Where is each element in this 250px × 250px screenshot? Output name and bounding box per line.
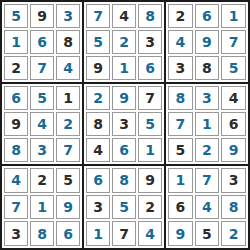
sudoku-cell-r7c7[interactable]: 1 — [168, 168, 193, 193]
sudoku-cell-r4c9[interactable]: 4 — [221, 86, 246, 110]
sudoku-cell-r9c1[interactable]: 3 — [4, 221, 28, 246]
sudoku-cell-r5c1[interactable]: 9 — [4, 112, 28, 136]
sudoku-cell-r6c2[interactable]: 3 — [30, 138, 54, 162]
sudoku-box-8: 689352174 — [84, 166, 166, 248]
sudoku-cell-r4c5[interactable]: 9 — [112, 86, 136, 110]
sudoku-cell-r3c2[interactable]: 7 — [30, 56, 54, 80]
sudoku-cell-r1c6[interactable]: 8 — [138, 4, 162, 28]
sudoku-cell-r7c6[interactable]: 9 — [138, 168, 162, 193]
sudoku-cell-r4c6[interactable]: 7 — [138, 86, 162, 110]
sudoku-box-9: 173648952 — [166, 166, 248, 248]
sudoku-cell-r2c2[interactable]: 6 — [30, 30, 54, 54]
sudoku-cell-r2c5[interactable]: 2 — [112, 30, 136, 54]
sudoku-cell-r8c8[interactable]: 4 — [195, 195, 220, 220]
sudoku-cell-r4c2[interactable]: 5 — [30, 86, 54, 110]
sudoku-cell-r2c9[interactable]: 7 — [221, 30, 246, 54]
sudoku-cell-r3c8[interactable]: 8 — [195, 56, 220, 80]
sudoku-cell-r6c3[interactable]: 7 — [56, 138, 80, 162]
sudoku-cell-r2c3[interactable]: 8 — [56, 30, 80, 54]
sudoku-cell-r5c7[interactable]: 7 — [168, 112, 193, 136]
sudoku-cell-r6c9[interactable]: 9 — [221, 138, 246, 162]
sudoku-box-7: 425719386 — [2, 166, 84, 248]
sudoku-cell-r5c2[interactable]: 4 — [30, 112, 54, 136]
sudoku-box-4: 651942837 — [2, 84, 84, 166]
sudoku-cell-r7c5[interactable]: 8 — [112, 168, 136, 193]
sudoku-cell-r9c2[interactable]: 8 — [30, 221, 54, 246]
sudoku-cell-r9c5[interactable]: 7 — [112, 221, 136, 246]
sudoku-cell-r5c5[interactable]: 3 — [112, 112, 136, 136]
sudoku-cell-r5c9[interactable]: 6 — [221, 112, 246, 136]
sudoku-cell-r3c3[interactable]: 4 — [56, 56, 80, 80]
sudoku-cell-r3c5[interactable]: 1 — [112, 56, 136, 80]
sudoku-cell-r3c9[interactable]: 5 — [221, 56, 246, 80]
sudoku-cell-r8c4[interactable]: 3 — [86, 195, 110, 220]
sudoku-cell-r5c8[interactable]: 1 — [195, 112, 220, 136]
sudoku-cell-r4c1[interactable]: 6 — [4, 86, 28, 110]
sudoku-cell-r7c3[interactable]: 5 — [56, 168, 80, 193]
sudoku-box-6: 834716529 — [166, 84, 248, 166]
sudoku-cell-r7c1[interactable]: 4 — [4, 168, 28, 193]
sudoku-cell-r7c4[interactable]: 6 — [86, 168, 110, 193]
sudoku-board: 5931682747485239162614973856519428372978… — [0, 0, 250, 250]
sudoku-cell-r4c3[interactable]: 1 — [56, 86, 80, 110]
sudoku-box-5: 297835461 — [84, 84, 166, 166]
sudoku-cell-r9c6[interactable]: 4 — [138, 221, 162, 246]
sudoku-cell-r8c2[interactable]: 1 — [30, 195, 54, 220]
sudoku-cell-r1c4[interactable]: 7 — [86, 4, 110, 28]
sudoku-cell-r8c5[interactable]: 5 — [112, 195, 136, 220]
sudoku-cell-r2c7[interactable]: 4 — [168, 30, 193, 54]
sudoku-cell-r9c3[interactable]: 6 — [56, 221, 80, 246]
sudoku-cell-r6c1[interactable]: 8 — [4, 138, 28, 162]
sudoku-cell-r8c6[interactable]: 2 — [138, 195, 162, 220]
sudoku-cell-r1c9[interactable]: 1 — [221, 4, 246, 28]
sudoku-cell-r9c8[interactable]: 5 — [195, 221, 220, 246]
sudoku-cell-r8c9[interactable]: 8 — [221, 195, 246, 220]
sudoku-cell-r5c4[interactable]: 8 — [86, 112, 110, 136]
sudoku-cell-r3c6[interactable]: 6 — [138, 56, 162, 80]
sudoku-cell-r1c7[interactable]: 2 — [168, 4, 193, 28]
sudoku-cell-r2c6[interactable]: 3 — [138, 30, 162, 54]
sudoku-cell-r7c9[interactable]: 3 — [221, 168, 246, 193]
sudoku-cell-r6c5[interactable]: 6 — [112, 138, 136, 162]
sudoku-cell-r7c8[interactable]: 7 — [195, 168, 220, 193]
sudoku-cell-r4c8[interactable]: 3 — [195, 86, 220, 110]
sudoku-cell-r3c4[interactable]: 9 — [86, 56, 110, 80]
sudoku-cell-r7c2[interactable]: 2 — [30, 168, 54, 193]
sudoku-cell-r1c8[interactable]: 6 — [195, 4, 220, 28]
sudoku-cell-r1c3[interactable]: 3 — [56, 4, 80, 28]
sudoku-cell-r9c7[interactable]: 9 — [168, 221, 193, 246]
sudoku-cell-r3c7[interactable]: 3 — [168, 56, 193, 80]
sudoku-cell-r1c5[interactable]: 4 — [112, 4, 136, 28]
sudoku-box-2: 748523916 — [84, 2, 166, 84]
sudoku-cell-r1c2[interactable]: 9 — [30, 4, 54, 28]
sudoku-cell-r6c6[interactable]: 1 — [138, 138, 162, 162]
sudoku-cell-r9c9[interactable]: 2 — [221, 221, 246, 246]
sudoku-cell-r6c8[interactable]: 2 — [195, 138, 220, 162]
sudoku-cell-r8c3[interactable]: 9 — [56, 195, 80, 220]
sudoku-cell-r2c1[interactable]: 1 — [4, 30, 28, 54]
sudoku-box-3: 261497385 — [166, 2, 248, 84]
sudoku-cell-r8c7[interactable]: 6 — [168, 195, 193, 220]
sudoku-cell-r6c7[interactable]: 5 — [168, 138, 193, 162]
sudoku-box-1: 593168274 — [2, 2, 84, 84]
sudoku-cell-r2c4[interactable]: 5 — [86, 30, 110, 54]
sudoku-cell-r6c4[interactable]: 4 — [86, 138, 110, 162]
sudoku-cell-r4c4[interactable]: 2 — [86, 86, 110, 110]
sudoku-cell-r5c6[interactable]: 5 — [138, 112, 162, 136]
sudoku-cell-r1c1[interactable]: 5 — [4, 4, 28, 28]
sudoku-cell-r2c8[interactable]: 9 — [195, 30, 220, 54]
sudoku-cell-r8c1[interactable]: 7 — [4, 195, 28, 220]
sudoku-cell-r5c3[interactable]: 2 — [56, 112, 80, 136]
sudoku-cell-r4c7[interactable]: 8 — [168, 86, 193, 110]
sudoku-cell-r9c4[interactable]: 1 — [86, 221, 110, 246]
sudoku-cell-r3c1[interactable]: 2 — [4, 56, 28, 80]
